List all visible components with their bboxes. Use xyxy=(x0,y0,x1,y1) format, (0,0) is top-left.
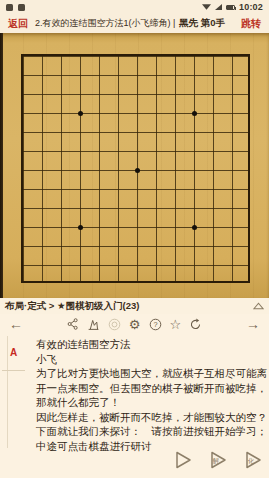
lesson-line: 那就什么都完了！ xyxy=(36,395,264,410)
clock: 10:02 xyxy=(239,2,263,12)
marker-underline xyxy=(2,370,25,371)
star-point xyxy=(192,225,197,230)
lesson-line: 因此怎样走，被断开而不吃掉，才能围较大的空？ xyxy=(36,410,264,425)
lesson-title: 2.有效的连结围空方法1(小飞缔角) | xyxy=(35,17,179,30)
go-board[interactable] xyxy=(0,33,269,298)
settings-gear-icon[interactable]: ⚙ xyxy=(129,318,141,331)
rotate-reset-icon[interactable] xyxy=(189,318,202,331)
board-edge-shadow xyxy=(0,33,3,298)
battery-icon xyxy=(226,5,235,10)
playback-controls: 解 化 xyxy=(172,449,264,471)
lesson-line: 下面就让我们来探讨： 请按前进按钮开始学习； xyxy=(36,424,264,439)
lesson-line: 有效的连结围空方法 xyxy=(36,337,264,352)
breadcrumb[interactable]: 布局·定式 > ★围棋初级入门(23) xyxy=(5,300,139,313)
status-indicators: 10:02 xyxy=(202,2,263,12)
prev-move-arrow-icon[interactable]: ← xyxy=(9,317,23,331)
annotation-marker: A xyxy=(10,347,17,358)
wifi-icon xyxy=(202,4,211,10)
jump-button[interactable]: 跳转 xyxy=(241,17,261,31)
lesson-line: 为了比对方更快地围大空，就应棋子互相尽可能离 xyxy=(36,366,264,381)
lesson-text: 有效的连结围空方法 小飞 为了比对方更快地围大空，就应棋子互相尽可能离 开一点来… xyxy=(36,337,264,453)
gutter-divider xyxy=(7,336,8,448)
svg-text:解: 解 xyxy=(212,457,220,465)
star-point xyxy=(78,111,83,116)
collapse-panel-icon[interactable] xyxy=(253,302,264,310)
notification-icon xyxy=(18,4,25,11)
notification-icon xyxy=(6,4,13,11)
star-point xyxy=(192,111,197,116)
notification-icons xyxy=(6,4,25,11)
star-point xyxy=(78,225,83,230)
header-bar: 返回 2.有效的连结围空方法1(小飞缔角) | 黑先 第0手 跳转 xyxy=(0,14,269,33)
review-icon[interactable] xyxy=(87,318,100,331)
svg-text:化: 化 xyxy=(248,457,255,465)
app-screen: 10:02 返回 2.有效的连结围空方法1(小飞缔角) | 黑先 第0手 跳转 … xyxy=(0,0,269,478)
breadcrumb-bar: 布局·定式 > ★围棋初级入门(23) xyxy=(0,298,269,314)
lesson-line: 开一点来围空。但去围空的棋子被断开而被吃掉， xyxy=(36,381,264,396)
star-point xyxy=(135,168,140,173)
play-next-button[interactable] xyxy=(172,449,194,471)
svg-text:?: ? xyxy=(153,319,157,328)
goban-grid-13x13[interactable] xyxy=(21,54,250,283)
play-variation-button[interactable]: 化 xyxy=(242,449,264,471)
lesson-line: 小飞 xyxy=(36,352,264,367)
signal-icon xyxy=(215,4,222,10)
turn-indicator: 黑先 第0手 xyxy=(179,17,225,30)
status-bar: 10:02 xyxy=(0,0,269,14)
star-favorite-icon[interactable]: ☆ xyxy=(170,318,182,331)
share-icon[interactable] xyxy=(67,318,79,330)
toolbar-icons: ⚙ ? ☆ xyxy=(23,318,246,331)
lesson-panel: A 有效的连结围空方法 小飞 为了比对方更快地围大空，就应棋子互相尽可能离 开一… xyxy=(0,334,269,478)
toolbar: ← ⚙ ? ☆ → xyxy=(0,314,269,334)
next-move-arrow-icon[interactable]: → xyxy=(246,317,260,331)
help-icon[interactable]: ? xyxy=(149,318,162,331)
circle-badge-icon[interactable] xyxy=(108,318,121,331)
play-explain-button[interactable]: 解 xyxy=(207,449,229,471)
back-button[interactable]: 返回 xyxy=(8,17,28,31)
